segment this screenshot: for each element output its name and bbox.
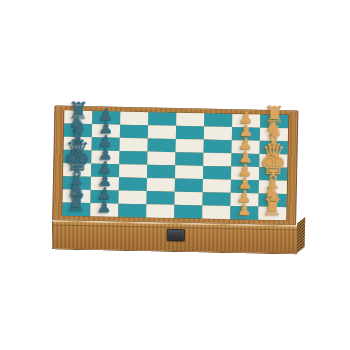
square [204, 140, 232, 154]
board-top: ♜♟♟♜♞♟♟♞♝♟♟♝♛♟♟♛♚♟♟♚♝♟♟♝♞♟♟♞♜♟♟♜ [52, 105, 298, 225]
square [118, 204, 146, 218]
square [118, 190, 146, 204]
square [202, 205, 230, 219]
square: ♚ [259, 167, 287, 181]
square [176, 126, 204, 140]
square [203, 166, 231, 180]
box-front-face [51, 220, 298, 254]
square: ♟ [230, 206, 258, 220]
square [176, 113, 204, 127]
square: ♝ [64, 137, 92, 151]
square [120, 112, 148, 126]
square: ♟ [92, 111, 120, 125]
square [146, 191, 174, 205]
square: ♟ [231, 167, 259, 181]
square [148, 125, 176, 139]
square: ♝ [63, 176, 91, 190]
square: ♝ [259, 180, 287, 194]
latch-icon [167, 229, 185, 241]
square: ♞ [258, 193, 286, 207]
square [203, 179, 231, 193]
square: ♛ [259, 154, 287, 168]
chess-board: ♜♟♟♜♞♟♟♞♝♟♟♝♛♟♟♛♚♟♟♚♝♟♟♝♞♟♟♞♜♟♟♜ [62, 110, 288, 220]
square: ♞ [64, 124, 92, 138]
square: ♟ [231, 180, 259, 194]
square: ♟ [232, 127, 260, 141]
square: ♟ [230, 193, 258, 207]
square [119, 164, 147, 178]
square [174, 192, 202, 206]
square: ♚ [63, 163, 91, 177]
square [202, 192, 230, 206]
square [147, 165, 175, 179]
square: ♟ [91, 164, 119, 178]
square [204, 126, 232, 140]
square: ♟ [90, 203, 118, 217]
square [146, 204, 174, 218]
square: ♛ [63, 150, 91, 164]
square [147, 178, 175, 192]
square: ♟ [92, 124, 120, 138]
square: ♝ [260, 141, 288, 155]
square [147, 152, 175, 166]
square: ♟ [232, 114, 260, 128]
square [148, 112, 176, 126]
square [119, 151, 147, 165]
square: ♟ [232, 140, 260, 154]
square: ♜ [260, 114, 288, 128]
square: ♟ [231, 153, 259, 167]
square [204, 113, 232, 127]
square: ♟ [90, 190, 118, 204]
square [175, 179, 203, 193]
box-right-face [296, 217, 305, 254]
square [120, 138, 148, 152]
chess-set-box: ♜♟♟♜♞♟♟♞♝♟♟♝♛♟♟♛♚♟♟♚♝♟♟♝♞♟♟♞♜♟♟♜ [52, 105, 299, 252]
square: ♜ [258, 207, 286, 221]
piece-wood-rook: ♜ [264, 103, 285, 126]
square [119, 177, 147, 191]
square [203, 153, 231, 167]
square [174, 205, 202, 219]
square: ♜ [64, 110, 92, 124]
square: ♟ [91, 150, 119, 164]
square: ♞ [62, 189, 90, 203]
square [148, 138, 176, 152]
piece-teal-rook: ♜ [68, 99, 89, 122]
square [175, 152, 203, 166]
square: ♜ [62, 202, 90, 216]
square [120, 125, 148, 139]
square: ♞ [260, 128, 288, 142]
square: ♟ [91, 177, 119, 191]
square [176, 139, 204, 153]
square: ♟ [92, 137, 120, 151]
photo-background: ♜♟♟♜♞♟♟♞♝♟♟♝♛♟♟♛♚♟♟♚♝♟♟♝♞♟♟♞♜♟♟♜ [0, 0, 350, 350]
square [175, 165, 203, 179]
